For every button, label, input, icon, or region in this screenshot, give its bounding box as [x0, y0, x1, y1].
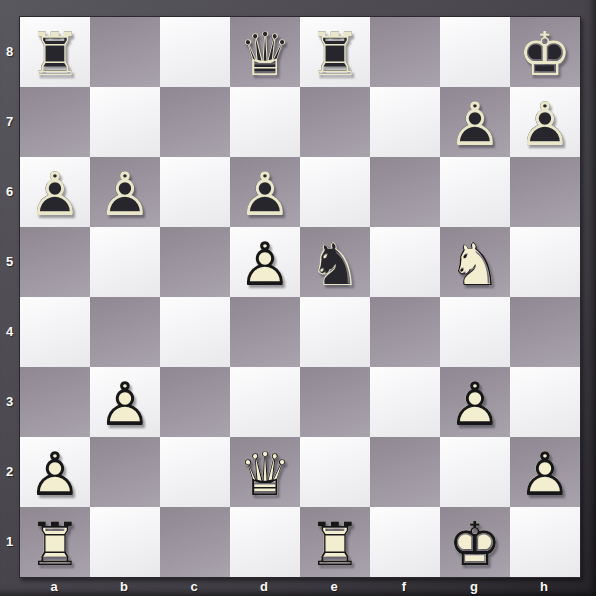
square-d8[interactable]: ♛♕: [230, 17, 300, 87]
piece-black-pawn[interactable]: ♟♙: [230, 157, 300, 227]
piece-white-knight[interactable]: ♞♘: [440, 227, 510, 297]
white-rook-outline-icon: ♖: [300, 507, 370, 577]
white-pawn-outline-icon: ♙: [90, 367, 160, 437]
square-a2[interactable]: ♟♙: [20, 437, 90, 507]
square-f4[interactable]: [370, 297, 440, 367]
rank-label-5: 5: [0, 226, 19, 296]
white-knight-outline-icon: ♘: [440, 227, 510, 297]
black-rook-outline-icon: ♖: [20, 17, 90, 87]
black-pawn-outline-icon: ♙: [230, 157, 300, 227]
square-d4[interactable]: [230, 297, 300, 367]
black-knight-outline-icon: ♘: [300, 227, 370, 297]
square-e4[interactable]: [300, 297, 370, 367]
square-h4[interactable]: [510, 297, 580, 367]
piece-black-pawn[interactable]: ♟♙: [440, 87, 510, 157]
square-f6[interactable]: [370, 157, 440, 227]
square-h2[interactable]: ♟♙: [510, 437, 580, 507]
square-b8[interactable]: [90, 17, 160, 87]
black-rook-outline-icon: ♖: [300, 17, 370, 87]
piece-black-pawn[interactable]: ♟♙: [510, 87, 580, 157]
piece-black-queen[interactable]: ♛♕: [230, 17, 300, 87]
piece-black-king[interactable]: ♚♔: [510, 17, 580, 87]
square-e3[interactable]: [300, 367, 370, 437]
piece-white-king[interactable]: ♚♔: [440, 507, 510, 577]
square-g4[interactable]: [440, 297, 510, 367]
square-c5[interactable]: [160, 227, 230, 297]
piece-white-pawn[interactable]: ♟♙: [20, 437, 90, 507]
square-f7[interactable]: [370, 87, 440, 157]
piece-white-queen[interactable]: ♛♕: [230, 437, 300, 507]
square-g5[interactable]: ♞♘: [440, 227, 510, 297]
rank-label-3: 3: [0, 366, 19, 436]
white-pawn-outline-icon: ♙: [20, 437, 90, 507]
square-a1[interactable]: ♜♖: [20, 507, 90, 577]
square-c6[interactable]: [160, 157, 230, 227]
square-h3[interactable]: [510, 367, 580, 437]
square-g3[interactable]: ♟♙: [440, 367, 510, 437]
square-a8[interactable]: ♜♖: [20, 17, 90, 87]
square-e6[interactable]: [300, 157, 370, 227]
white-king-outline-icon: ♔: [440, 507, 510, 577]
square-f8[interactable]: [370, 17, 440, 87]
black-pawn-outline-icon: ♙: [90, 157, 160, 227]
square-d5[interactable]: ♟♙: [230, 227, 300, 297]
piece-black-pawn[interactable]: ♟♙: [20, 157, 90, 227]
square-f5[interactable]: [370, 227, 440, 297]
file-labels: abcdefgh: [19, 578, 579, 595]
square-e7[interactable]: [300, 87, 370, 157]
square-h8[interactable]: ♚♔: [510, 17, 580, 87]
piece-white-pawn[interactable]: ♟♙: [510, 437, 580, 507]
piece-black-rook[interactable]: ♜♖: [300, 17, 370, 87]
square-c3[interactable]: [160, 367, 230, 437]
square-b4[interactable]: [90, 297, 160, 367]
rank-label-2: 2: [0, 436, 19, 506]
piece-black-pawn[interactable]: ♟♙: [90, 157, 160, 227]
black-king-outline-icon: ♔: [510, 17, 580, 87]
piece-white-pawn[interactable]: ♟♙: [440, 367, 510, 437]
square-d2[interactable]: ♛♕: [230, 437, 300, 507]
piece-black-knight[interactable]: ♞♘: [300, 227, 370, 297]
file-label-c: c: [159, 578, 229, 595]
square-f3[interactable]: [370, 367, 440, 437]
square-b3[interactable]: ♟♙: [90, 367, 160, 437]
square-h6[interactable]: [510, 157, 580, 227]
white-rook-outline-icon: ♖: [20, 507, 90, 577]
file-label-d: d: [229, 578, 299, 595]
square-c4[interactable]: [160, 297, 230, 367]
white-pawn-outline-icon: ♙: [440, 367, 510, 437]
square-a6[interactable]: ♟♙: [20, 157, 90, 227]
rank-labels: 87654321: [0, 16, 19, 576]
rank-label-6: 6: [0, 156, 19, 226]
square-g2[interactable]: [440, 437, 510, 507]
square-b7[interactable]: [90, 87, 160, 157]
piece-white-pawn[interactable]: ♟♙: [230, 227, 300, 297]
file-label-g: g: [439, 578, 509, 595]
square-b1[interactable]: [90, 507, 160, 577]
square-c7[interactable]: [160, 87, 230, 157]
square-h1[interactable]: [510, 507, 580, 577]
black-pawn-outline-icon: ♙: [440, 87, 510, 157]
black-queen-outline-icon: ♕: [230, 17, 300, 87]
square-a7[interactable]: [20, 87, 90, 157]
piece-white-rook[interactable]: ♜♖: [300, 507, 370, 577]
square-h7[interactable]: ♟♙: [510, 87, 580, 157]
square-a4[interactable]: [20, 297, 90, 367]
square-c2[interactable]: [160, 437, 230, 507]
white-pawn-outline-icon: ♙: [510, 437, 580, 507]
chess-board-frame: 87654321 ♜♖♛♕♜♖♚♔♟♙♟♙♟♙♟♙♟♙♟♙♞♘♞♘♟♙♟♙♟♙♛…: [0, 0, 596, 596]
square-d3[interactable]: [230, 367, 300, 437]
black-pawn-outline-icon: ♙: [510, 87, 580, 157]
file-label-h: h: [509, 578, 579, 595]
square-b5[interactable]: [90, 227, 160, 297]
square-g8[interactable]: [440, 17, 510, 87]
square-e1[interactable]: ♜♖: [300, 507, 370, 577]
rank-label-1: 1: [0, 506, 19, 576]
white-queen-outline-icon: ♕: [230, 437, 300, 507]
square-b6[interactable]: ♟♙: [90, 157, 160, 227]
square-d7[interactable]: [230, 87, 300, 157]
square-h5[interactable]: [510, 227, 580, 297]
chess-board: ♜♖♛♕♜♖♚♔♟♙♟♙♟♙♟♙♟♙♟♙♞♘♞♘♟♙♟♙♟♙♛♕♟♙♜♖♜♖♚♔: [19, 16, 581, 578]
rank-label-8: 8: [0, 16, 19, 86]
file-label-a: a: [19, 578, 89, 595]
square-b2[interactable]: [90, 437, 160, 507]
white-pawn-outline-icon: ♙: [230, 227, 300, 297]
square-c8[interactable]: [160, 17, 230, 87]
square-a3[interactable]: [20, 367, 90, 437]
square-f2[interactable]: [370, 437, 440, 507]
square-g1[interactable]: ♚♔: [440, 507, 510, 577]
square-d6[interactable]: ♟♙: [230, 157, 300, 227]
file-label-f: f: [369, 578, 439, 595]
rank-label-7: 7: [0, 86, 19, 156]
rank-label-4: 4: [0, 296, 19, 366]
piece-black-rook[interactable]: ♜♖: [20, 17, 90, 87]
square-d1[interactable]: [230, 507, 300, 577]
piece-white-rook[interactable]: ♜♖: [20, 507, 90, 577]
square-e2[interactable]: [300, 437, 370, 507]
square-a5[interactable]: [20, 227, 90, 297]
square-e5[interactable]: ♞♘: [300, 227, 370, 297]
square-e8[interactable]: ♜♖: [300, 17, 370, 87]
square-g6[interactable]: [440, 157, 510, 227]
piece-white-pawn[interactable]: ♟♙: [90, 367, 160, 437]
file-label-e: e: [299, 578, 369, 595]
square-c1[interactable]: [160, 507, 230, 577]
square-f1[interactable]: [370, 507, 440, 577]
black-pawn-outline-icon: ♙: [20, 157, 90, 227]
square-g7[interactable]: ♟♙: [440, 87, 510, 157]
file-label-b: b: [89, 578, 159, 595]
